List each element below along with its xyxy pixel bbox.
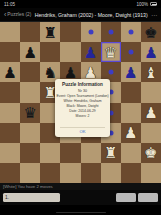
square-h2[interactable]: ♚ xyxy=(141,143,161,163)
square-g6[interactable]: ♟ xyxy=(121,62,141,82)
square-d2[interactable] xyxy=(60,143,80,163)
square-c7[interactable] xyxy=(40,42,60,62)
toolbar-button-2[interactable] xyxy=(138,193,158,202)
square-g3[interactable]: ♟ xyxy=(121,123,141,143)
square-h3[interactable] xyxy=(141,123,161,143)
square-c1[interactable] xyxy=(40,163,60,183)
square-b6[interactable] xyxy=(20,62,40,82)
square-f7[interactable]: ♛ xyxy=(101,42,121,62)
turn-info-bar: [White] You have 2 moves xyxy=(0,183,161,190)
square-a3[interactable] xyxy=(0,123,20,143)
popup-body: Event: Open Tournament (London)White: He… xyxy=(56,94,108,119)
white-pawn-piece[interactable]: ♟ xyxy=(124,125,137,140)
square-e8[interactable] xyxy=(81,22,101,42)
white-rook-piece[interactable]: ♜ xyxy=(104,145,117,160)
square-h6[interactable]: ♝ xyxy=(141,62,161,82)
square-b2[interactable] xyxy=(20,143,40,163)
white-king-piece[interactable]: ♚ xyxy=(144,145,157,160)
move-list-text: 1. xyxy=(5,195,9,200)
square-f1[interactable] xyxy=(101,163,121,183)
more-menu-icon[interactable]: ⋯ xyxy=(151,12,157,18)
puzzle-information-popup: Puzzle Information Nr 30 Event: Open Tou… xyxy=(55,79,110,137)
square-c8[interactable]: ♜ xyxy=(40,22,60,42)
square-h1[interactable] xyxy=(141,163,161,183)
square-h7[interactable]: ♟ xyxy=(141,42,161,62)
square-h8[interactable]: ♚ xyxy=(141,22,161,42)
move-list-field[interactable]: 1. xyxy=(3,193,60,202)
square-f2[interactable]: ♜ xyxy=(101,143,121,163)
back-label: Puzzles (2) xyxy=(7,12,31,17)
legal-move-dot xyxy=(88,30,93,35)
black-knight-piece[interactable]: ♞ xyxy=(44,64,57,79)
black-king-piece[interactable]: ♚ xyxy=(144,24,157,39)
black-pawn-piece[interactable]: ♟ xyxy=(3,64,16,79)
square-a1[interactable] xyxy=(0,163,20,183)
square-b3[interactable] xyxy=(20,123,40,143)
puzzle-number: Nr 30 xyxy=(78,89,87,93)
square-g5[interactable] xyxy=(121,82,141,102)
back-button[interactable]: ‹ Puzzles (2) xyxy=(4,11,31,18)
home-indicator[interactable] xyxy=(56,212,106,214)
popup-title: Puzzle Information xyxy=(62,82,103,87)
popup-info-line: Moves: 2 xyxy=(56,114,108,119)
square-b5[interactable] xyxy=(20,82,40,102)
chess-app-window: 11:05 100% ‹ Puzzles (2) Hendriks, Graha… xyxy=(0,0,161,215)
square-a2[interactable] xyxy=(0,143,20,163)
square-b4[interactable]: ♛ xyxy=(20,103,40,123)
ok-button[interactable]: OK xyxy=(60,127,106,135)
white-queen-piece[interactable]: ♛ xyxy=(104,44,117,59)
square-b1[interactable] xyxy=(20,163,40,183)
black-pawn-piece[interactable]: ♟ xyxy=(124,64,137,79)
clock: 11:05 xyxy=(4,2,15,7)
square-d8[interactable] xyxy=(60,22,80,42)
black-pawn-piece[interactable]: ♟ xyxy=(84,44,97,59)
navigation-bar: ‹ Puzzles (2) Hendriks, Graham (2002) - … xyxy=(0,8,161,22)
square-b7[interactable]: ♟ xyxy=(20,42,40,62)
back-chevron-icon: ‹ xyxy=(4,11,6,18)
square-a8[interactable] xyxy=(0,22,20,42)
bottom-bar xyxy=(0,205,161,215)
square-e7[interactable]: ♟ xyxy=(81,42,101,62)
square-g7[interactable] xyxy=(121,42,141,62)
black-pawn-piece[interactable]: ♟ xyxy=(23,44,36,59)
legal-move-dot xyxy=(128,30,133,35)
black-pawn-piece[interactable]: ♟ xyxy=(144,44,157,59)
white-pawn-piece[interactable]: ♟ xyxy=(144,105,157,120)
square-h5[interactable] xyxy=(141,82,161,102)
square-e2[interactable] xyxy=(81,143,101,163)
turn-info-text: [White] You have 2 moves xyxy=(3,184,53,189)
bottom-toolbar: 1. xyxy=(0,190,161,205)
square-a5[interactable] xyxy=(0,82,20,102)
white-bishop-piece[interactable]: ♝ xyxy=(144,64,157,79)
battery-icon xyxy=(150,2,157,6)
battery-percent: 100% xyxy=(136,2,148,7)
black-pawn-piece[interactable]: ♟ xyxy=(64,64,77,79)
page-title: Hendriks, Graham (2002) - Moore, Dwight … xyxy=(31,12,151,18)
square-g2[interactable] xyxy=(121,143,141,163)
square-d1[interactable] xyxy=(60,163,80,183)
legal-move-dot xyxy=(128,50,133,55)
square-e1[interactable] xyxy=(81,163,101,183)
square-g8[interactable] xyxy=(121,22,141,42)
square-a4[interactable] xyxy=(0,103,20,123)
square-b8[interactable] xyxy=(20,22,40,42)
square-a6[interactable]: ♟ xyxy=(0,62,20,82)
toolbar-button-1[interactable] xyxy=(116,193,136,202)
legal-move-dot xyxy=(108,70,113,75)
square-a7[interactable] xyxy=(0,42,20,62)
legal-move-dot xyxy=(108,30,113,35)
status-bar: 11:05 100% xyxy=(0,0,161,8)
square-h4[interactable]: ♟ xyxy=(141,103,161,123)
square-f8[interactable] xyxy=(101,22,121,42)
square-c2[interactable] xyxy=(40,143,60,163)
square-g4[interactable] xyxy=(121,103,141,123)
square-g1[interactable] xyxy=(121,163,141,183)
black-rook-piece[interactable]: ♜ xyxy=(44,24,57,39)
black-queen-piece[interactable]: ♛ xyxy=(23,105,36,120)
square-d7[interactable] xyxy=(60,42,80,62)
white-pawn-piece[interactable]: ♟ xyxy=(84,64,97,79)
